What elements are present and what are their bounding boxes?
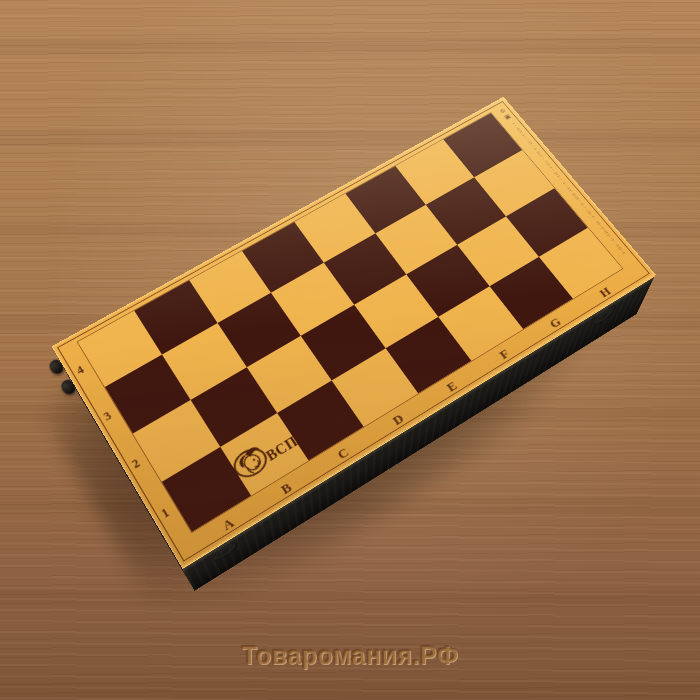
quality-mark-icon: ▣ (503, 113, 514, 122)
fine-print-icons: ⊘▣ (498, 108, 514, 123)
square-d2 (301, 305, 386, 381)
square-b3 (162, 323, 247, 400)
photo-scene: ВСП ABCDEFGH 4321 ⊘▣ ı··ııı·ı···ıı··ı·ıı… (0, 0, 700, 700)
square-b2 (190, 367, 276, 447)
vsp-logo-text: ВСП (263, 433, 301, 464)
square-c2 (246, 336, 331, 414)
boy-face-logo-icon (225, 438, 277, 486)
square-e1 (386, 317, 472, 393)
watermark: Товаромания.РФ (242, 641, 459, 670)
